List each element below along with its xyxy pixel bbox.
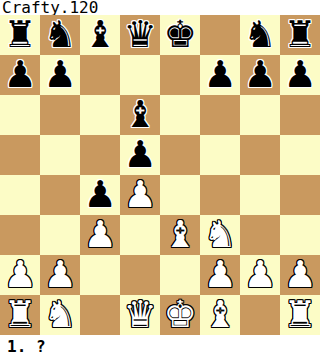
- square-b6[interactable]: [40, 95, 80, 135]
- piece-black-bishop[interactable]: ♝: [83, 15, 116, 55]
- square-g4[interactable]: [240, 175, 280, 215]
- square-f2[interactable]: ♟: [200, 255, 240, 295]
- square-f1[interactable]: ♝: [200, 295, 240, 335]
- square-h6[interactable]: [280, 95, 320, 135]
- square-h3[interactable]: [280, 215, 320, 255]
- square-e3[interactable]: ♝: [160, 215, 200, 255]
- square-f4[interactable]: [200, 175, 240, 215]
- square-d5[interactable]: ♟: [120, 135, 160, 175]
- piece-white-pawn[interactable]: ♟: [243, 255, 276, 295]
- square-d4[interactable]: ♟: [120, 175, 160, 215]
- piece-black-pawn[interactable]: ♟: [283, 55, 316, 95]
- square-h2[interactable]: ♟: [280, 255, 320, 295]
- square-h4[interactable]: [280, 175, 320, 215]
- square-b5[interactable]: [40, 135, 80, 175]
- square-b4[interactable]: [40, 175, 80, 215]
- square-g6[interactable]: [240, 95, 280, 135]
- square-d8[interactable]: ♛: [120, 15, 160, 55]
- piece-black-knight[interactable]: ♞: [43, 15, 76, 55]
- square-d6[interactable]: ♝: [120, 95, 160, 135]
- piece-black-knight[interactable]: ♞: [243, 15, 276, 55]
- square-e8[interactable]: ♚: [160, 15, 200, 55]
- square-c2[interactable]: [80, 255, 120, 295]
- square-c6[interactable]: [80, 95, 120, 135]
- square-g2[interactable]: ♟: [240, 255, 280, 295]
- square-c3[interactable]: ♟: [80, 215, 120, 255]
- piece-black-bishop[interactable]: ♝: [123, 95, 156, 135]
- square-g8[interactable]: ♞: [240, 15, 280, 55]
- square-b1[interactable]: ♞: [40, 295, 80, 335]
- square-f5[interactable]: [200, 135, 240, 175]
- square-c7[interactable]: [80, 55, 120, 95]
- square-a8[interactable]: ♜: [0, 15, 40, 55]
- square-g1[interactable]: [240, 295, 280, 335]
- piece-white-pawn[interactable]: ♟: [43, 255, 76, 295]
- square-d1[interactable]: ♛: [120, 295, 160, 335]
- square-a5[interactable]: [0, 135, 40, 175]
- square-b7[interactable]: ♟: [40, 55, 80, 95]
- square-c1[interactable]: [80, 295, 120, 335]
- piece-black-rook[interactable]: ♜: [283, 15, 316, 55]
- square-e5[interactable]: [160, 135, 200, 175]
- chess-board: ♜♞♝♛♚♞♜♟♟♟♟♟♝♟♟♟♟♝♞♟♟♟♟♟♜♞♛♚♝♜: [0, 15, 320, 335]
- square-h7[interactable]: ♟: [280, 55, 320, 95]
- piece-white-pawn[interactable]: ♟: [3, 255, 36, 295]
- piece-white-bishop[interactable]: ♝: [163, 215, 196, 255]
- square-g5[interactable]: [240, 135, 280, 175]
- square-a3[interactable]: [0, 215, 40, 255]
- square-g7[interactable]: ♟: [240, 55, 280, 95]
- xboard-window: Crafty.120 ♜♞♝♛♚♞♜♟♟♟♟♟♝♟♟♟♟♝♞♟♟♟♟♟♜♞♛♚♝…: [0, 0, 320, 360]
- square-e2[interactable]: [160, 255, 200, 295]
- square-h5[interactable]: [280, 135, 320, 175]
- piece-white-knight[interactable]: ♞: [203, 215, 236, 255]
- square-c5[interactable]: [80, 135, 120, 175]
- piece-white-rook[interactable]: ♜: [283, 295, 316, 335]
- piece-white-pawn[interactable]: ♟: [283, 255, 316, 295]
- square-b3[interactable]: [40, 215, 80, 255]
- piece-white-rook[interactable]: ♜: [3, 295, 36, 335]
- square-c4[interactable]: ♟: [80, 175, 120, 215]
- square-e6[interactable]: [160, 95, 200, 135]
- piece-black-queen[interactable]: ♛: [123, 15, 156, 55]
- square-a7[interactable]: ♟: [0, 55, 40, 95]
- piece-black-king[interactable]: ♚: [163, 15, 196, 55]
- piece-white-king[interactable]: ♚: [163, 295, 196, 335]
- square-d7[interactable]: [120, 55, 160, 95]
- square-c8[interactable]: ♝: [80, 15, 120, 55]
- piece-black-pawn[interactable]: ♟: [123, 135, 156, 175]
- piece-white-queen[interactable]: ♛: [123, 295, 156, 335]
- square-e1[interactable]: ♚: [160, 295, 200, 335]
- square-f3[interactable]: ♞: [200, 215, 240, 255]
- piece-black-pawn[interactable]: ♟: [203, 55, 236, 95]
- piece-black-pawn[interactable]: ♟: [243, 55, 276, 95]
- square-d2[interactable]: [120, 255, 160, 295]
- square-e4[interactable]: [160, 175, 200, 215]
- square-a6[interactable]: [0, 95, 40, 135]
- square-f8[interactable]: [200, 15, 240, 55]
- piece-black-rook[interactable]: ♜: [3, 15, 36, 55]
- square-e7[interactable]: [160, 55, 200, 95]
- piece-white-pawn[interactable]: ♟: [123, 175, 156, 215]
- square-a2[interactable]: ♟: [0, 255, 40, 295]
- piece-white-knight[interactable]: ♞: [43, 295, 76, 335]
- square-f7[interactable]: ♟: [200, 55, 240, 95]
- piece-white-pawn[interactable]: ♟: [203, 255, 236, 295]
- square-a4[interactable]: [0, 175, 40, 215]
- piece-black-pawn[interactable]: ♟: [3, 55, 36, 95]
- square-g3[interactable]: [240, 215, 280, 255]
- piece-black-pawn[interactable]: ♟: [83, 175, 116, 215]
- move-prompt: 1. ?: [0, 335, 320, 360]
- square-b8[interactable]: ♞: [40, 15, 80, 55]
- window-title: Crafty.120: [0, 0, 320, 15]
- piece-white-pawn[interactable]: ♟: [83, 215, 116, 255]
- square-a1[interactable]: ♜: [0, 295, 40, 335]
- piece-white-bishop[interactable]: ♝: [203, 295, 236, 335]
- square-f6[interactable]: [200, 95, 240, 135]
- square-h8[interactable]: ♜: [280, 15, 320, 55]
- square-d3[interactable]: [120, 215, 160, 255]
- square-h1[interactable]: ♜: [280, 295, 320, 335]
- piece-black-pawn[interactable]: ♟: [43, 55, 76, 95]
- square-b2[interactable]: ♟: [40, 255, 80, 295]
